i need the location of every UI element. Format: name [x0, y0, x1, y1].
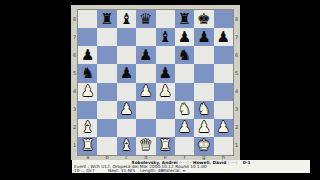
square-c1: ♝	[117, 137, 136, 155]
square-a3	[78, 101, 97, 119]
black-pawn-piece: ♟	[158, 65, 171, 82]
black-knight-piece: ♞	[81, 65, 94, 82]
square-c2	[117, 119, 136, 137]
square-g6	[194, 46, 213, 64]
square-f8: ♜	[175, 10, 194, 28]
square-e5: ♟	[156, 64, 175, 82]
game-result: 0-1	[243, 160, 251, 165]
square-d3	[136, 101, 155, 119]
square-c3: ♟	[117, 101, 136, 119]
square-a4: ♟	[78, 83, 97, 101]
square-h3	[214, 101, 233, 119]
rank-label-right-6: 6	[233, 46, 240, 64]
square-b3	[97, 101, 116, 119]
game-info-panel: Sobolevsky, Andrei (----) - Howell, Davi…	[72, 160, 310, 173]
square-g7: ♟	[194, 28, 213, 46]
square-f5	[175, 64, 194, 82]
square-h8	[214, 10, 233, 28]
square-a7	[78, 28, 97, 46]
square-c5: ♟	[117, 64, 136, 82]
white-pawn-piece: ♟	[178, 119, 191, 136]
square-d1: ♛	[136, 137, 155, 155]
square-e6	[156, 46, 175, 64]
square-e8	[156, 10, 175, 28]
rank-label-2: 2	[71, 119, 78, 137]
square-h4	[214, 83, 233, 101]
square-d6: ♟	[136, 46, 155, 64]
square-d7	[136, 28, 155, 46]
black-rook-piece: ♜	[100, 11, 113, 28]
square-d5	[136, 64, 155, 82]
square-c8: ♝	[117, 10, 136, 28]
square-f6: ♞	[175, 46, 194, 64]
square-b4	[97, 83, 116, 101]
square-b6	[97, 46, 116, 64]
square-g5	[194, 64, 213, 82]
square-h5	[214, 64, 233, 82]
square-a8	[78, 10, 97, 28]
rank-label-right-2: 2	[233, 119, 240, 137]
square-c6	[117, 46, 136, 64]
black-pawn-piece: ♟	[217, 29, 230, 46]
rank-label-4: 4	[71, 83, 78, 101]
black-rook-piece: ♜	[178, 11, 191, 28]
rank-label-right-1: 1	[233, 137, 240, 155]
square-d2	[136, 119, 155, 137]
material-balance: Material: =	[162, 169, 186, 173]
square-f7: ♟	[175, 28, 194, 46]
video-frame: 87654321 87654321 abcdefgh ♜♝♛♜♚♝♟♟♟♟♟♞♞…	[0, 0, 320, 180]
game-length: Length: 46	[140, 169, 162, 173]
rank-label-6: 6	[71, 46, 78, 64]
square-a6: ♟	[78, 46, 97, 64]
black-queen-piece: ♛	[139, 11, 152, 28]
square-h6	[214, 46, 233, 64]
black-pawn-piece: ♟	[178, 29, 191, 46]
white-rook-piece: ♜	[158, 137, 171, 154]
rank-label-3: 3	[71, 101, 78, 119]
square-e1: ♜	[156, 137, 175, 155]
square-h1	[214, 137, 233, 155]
square-h2: ♟	[214, 119, 233, 137]
white-pawn-piece: ♟	[197, 119, 210, 136]
square-a5: ♞	[78, 64, 97, 82]
square-g1: ♚	[194, 137, 213, 155]
rank-labels-right: 87654321	[233, 10, 240, 155]
square-a1: ♜	[78, 137, 97, 155]
rank-labels-left: 87654321	[71, 10, 78, 155]
square-g8: ♚	[194, 10, 213, 28]
square-h7: ♟	[214, 28, 233, 46]
black-pawn-piece: ♟	[197, 29, 210, 46]
white-knight-piece: ♞	[197, 101, 210, 118]
rank-label-right-5: 5	[233, 64, 240, 82]
black-king-piece: ♚	[197, 11, 210, 28]
square-b7	[97, 28, 116, 46]
square-b2	[97, 119, 116, 137]
square-b5	[97, 64, 116, 82]
rank-label-right-4: 4	[233, 83, 240, 101]
white-queen-piece: ♛	[139, 137, 152, 154]
rank-label-1: 1	[71, 137, 78, 155]
rank-label-5: 5	[71, 64, 78, 82]
square-e2	[156, 119, 175, 137]
black-bishop-piece: ♝	[158, 29, 171, 46]
square-f2: ♟	[175, 119, 194, 137]
square-e7: ♝	[156, 28, 175, 46]
white-pawn-piece: ♟	[81, 83, 94, 100]
square-b8: ♜	[97, 10, 116, 28]
white-bishop-piece: ♝	[81, 119, 94, 136]
white-king-piece: ♚	[197, 137, 210, 154]
next-move: Next: 11.Nf5	[108, 169, 140, 173]
square-f3: ♞	[175, 101, 194, 119]
square-d8: ♛	[136, 10, 155, 28]
move-status-line: 10 ... Qc7 Next: 11.Nf5 Length: 46 Mater…	[72, 169, 310, 173]
square-f4	[175, 83, 194, 101]
black-pawn-piece: ♟	[120, 65, 133, 82]
rank-label-8: 8	[71, 10, 78, 28]
square-f1	[175, 137, 194, 155]
square-a2: ♝	[78, 119, 97, 137]
chess-board: ♜♝♛♜♚♝♟♟♟♟♟♞♞♟♟♟♟♟♟♞♞♝♟♟♟♜♝♛♜♚	[78, 10, 233, 155]
white-pawn-piece: ♟	[158, 83, 171, 100]
white-bishop-piece: ♝	[120, 137, 133, 154]
rank-label-7: 7	[71, 28, 78, 46]
white-rook-piece: ♜	[81, 137, 94, 154]
white-pawn-piece: ♟	[120, 101, 133, 118]
black-bishop-piece: ♝	[120, 11, 133, 28]
white-pawn-piece: ♟	[217, 119, 230, 136]
square-e3	[156, 101, 175, 119]
square-g2: ♟	[194, 119, 213, 137]
white-pawn-piece: ♟	[139, 83, 152, 100]
current-move: 10 ... Qc7	[74, 169, 108, 173]
square-c4	[117, 83, 136, 101]
black-pawn-piece: ♟	[81, 47, 94, 64]
white-knight-piece: ♞	[178, 101, 191, 118]
square-g4	[194, 83, 213, 101]
black-knight-piece: ♞	[178, 47, 191, 64]
square-d4: ♟	[136, 83, 155, 101]
rank-label-right-8: 8	[233, 10, 240, 28]
square-g3: ♞	[194, 101, 213, 119]
square-c7	[117, 28, 136, 46]
rank-label-right-7: 7	[233, 28, 240, 46]
black-player-elo: (----)	[228, 160, 238, 165]
rank-label-right-3: 3	[233, 101, 240, 119]
black-pawn-piece: ♟	[139, 47, 152, 64]
square-e4: ♟	[156, 83, 175, 101]
square-b1	[97, 137, 116, 155]
